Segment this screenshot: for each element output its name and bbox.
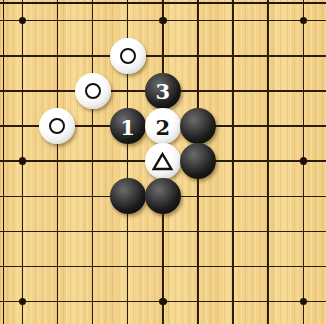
black-stone[interactable] [180,108,216,144]
black-stone-move-3[interactable]: 3 [145,73,181,109]
white-stone-circle-marked[interactable] [110,38,146,74]
go-board[interactable]: 312 [0,0,326,324]
black-stone-move-1[interactable]: 1 [110,108,146,144]
star-point [19,298,27,306]
circle-mark-icon [49,118,65,134]
move-number: 3 [155,81,170,102]
star-point [300,157,308,165]
go-diagram: 312 [0,0,326,324]
white-stone-move-2[interactable]: 2 [145,108,181,144]
star-point [159,298,167,306]
white-stone-circle-marked[interactable] [39,108,75,144]
white-stone-triangle-marked[interactable] [145,143,181,179]
board-grid: 312 [5,3,321,319]
star-point [19,157,27,165]
white-stone-circle-marked[interactable] [75,73,111,109]
black-stone[interactable] [180,143,216,179]
star-point [300,17,308,25]
triangle-mark-icon [152,152,173,171]
circle-mark-icon [85,83,101,99]
black-stone[interactable] [110,178,146,214]
star-point [300,298,308,306]
circle-mark-icon [120,48,136,64]
star-point [19,17,27,25]
black-stone[interactable] [145,178,181,214]
move-number: 1 [120,116,135,137]
move-number: 2 [155,116,170,137]
star-point [159,17,167,25]
